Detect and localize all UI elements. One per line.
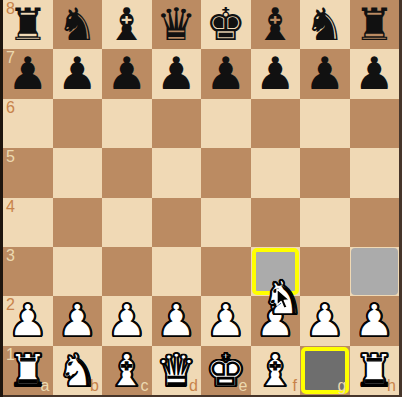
square-d4[interactable]	[152, 198, 202, 247]
square-f8[interactable]: ♝	[251, 0, 301, 49]
black-pawn[interactable]: ♟	[300, 49, 350, 98]
white-pawn[interactable]: ♟	[201, 296, 251, 345]
square-a8[interactable]: ♜8	[3, 0, 53, 49]
mouse-cursor-icon	[276, 288, 293, 311]
white-rook[interactable]: ♜	[3, 346, 53, 395]
square-b4[interactable]	[53, 198, 103, 247]
white-pawn[interactable]: ♟	[350, 296, 400, 345]
black-rook[interactable]: ♜	[350, 0, 400, 49]
white-pawn[interactable]: ♟	[3, 296, 53, 345]
square-b1[interactable]: ♞b	[53, 346, 103, 395]
white-queen[interactable]: ♛	[152, 346, 202, 395]
square-f4[interactable]	[251, 198, 301, 247]
square-d7[interactable]: ♟	[152, 49, 202, 98]
square-b3[interactable]	[53, 247, 103, 296]
black-knight[interactable]: ♞	[53, 0, 103, 49]
white-pawn[interactable]: ♟	[102, 296, 152, 345]
square-a7[interactable]: ♟7	[3, 49, 53, 98]
white-knight[interactable]: ♞	[53, 346, 103, 395]
square-g7[interactable]: ♟	[300, 49, 350, 98]
square-a4[interactable]: 4	[3, 198, 53, 247]
square-c1[interactable]: ♝c	[102, 346, 152, 395]
square-e8[interactable]: ♚	[201, 0, 251, 49]
white-bishop[interactable]: ♝	[102, 346, 152, 395]
square-a5[interactable]: 5	[3, 148, 53, 197]
white-rook[interactable]: ♜	[350, 346, 400, 395]
square-h7[interactable]: ♟	[350, 49, 400, 98]
black-pawn[interactable]: ♟	[102, 49, 152, 98]
black-pawn[interactable]: ♟	[152, 49, 202, 98]
chess-board: ♜8♞♝♛♚♝♞♜♟7♟♟♟♟♟♟♟6543♟2♟♟♟♟♟♟♟♜1a♞b♝c♛d…	[3, 0, 399, 395]
square-f6[interactable]	[251, 99, 301, 148]
rank-label-3: 3	[6, 248, 15, 264]
black-knight[interactable]: ♞	[300, 0, 350, 49]
white-pawn[interactable]: ♟	[152, 296, 202, 345]
square-d2[interactable]: ♟	[152, 296, 202, 345]
square-b2[interactable]: ♟	[53, 296, 103, 345]
black-pawn[interactable]: ♟	[251, 49, 301, 98]
square-h8[interactable]: ♜	[350, 0, 400, 49]
square-h1[interactable]: ♜h	[350, 346, 400, 395]
square-d1[interactable]: ♛d	[152, 346, 202, 395]
square-b6[interactable]	[53, 99, 103, 148]
rank-label-4: 4	[6, 199, 15, 215]
origin-highlight	[301, 347, 349, 394]
square-h2[interactable]: ♟	[350, 296, 400, 345]
square-h4[interactable]	[350, 198, 400, 247]
square-g6[interactable]	[300, 99, 350, 148]
black-bishop[interactable]: ♝	[102, 0, 152, 49]
square-d6[interactable]	[152, 99, 202, 148]
white-bishop[interactable]: ♝	[251, 346, 301, 395]
square-e3[interactable]	[201, 247, 251, 296]
destination-highlight	[351, 248, 398, 294]
black-pawn[interactable]: ♟	[201, 49, 251, 98]
square-b7[interactable]: ♟	[53, 49, 103, 98]
white-pawn[interactable]: ♟	[53, 296, 103, 345]
square-e2[interactable]: ♟	[201, 296, 251, 345]
square-c8[interactable]: ♝	[102, 0, 152, 49]
square-c5[interactable]	[102, 148, 152, 197]
black-pawn[interactable]: ♟	[350, 49, 400, 98]
square-e4[interactable]	[201, 198, 251, 247]
black-king[interactable]: ♚	[201, 0, 251, 49]
square-b5[interactable]	[53, 148, 103, 197]
square-h5[interactable]	[350, 148, 400, 197]
square-c6[interactable]	[102, 99, 152, 148]
square-c2[interactable]: ♟	[102, 296, 152, 345]
square-d5[interactable]	[152, 148, 202, 197]
black-queen[interactable]: ♛	[152, 0, 202, 49]
square-c4[interactable]	[102, 198, 152, 247]
square-h3[interactable]	[350, 247, 400, 296]
rank-label-5: 5	[6, 149, 15, 165]
rank-label-6: 6	[6, 100, 15, 116]
chess-app-window: ♜8♞♝♛♚♝♞♜♟7♟♟♟♟♟♟♟6543♟2♟♟♟♟♟♟♟♜1a♞b♝c♛d…	[0, 0, 410, 402]
square-e1[interactable]: ♚e	[201, 346, 251, 395]
square-b8[interactable]: ♞	[53, 0, 103, 49]
board-edge-right	[399, 0, 402, 397]
square-a1[interactable]: ♜1a	[3, 346, 53, 395]
black-rook[interactable]: ♜	[3, 0, 53, 49]
square-a2[interactable]: ♟2	[3, 296, 53, 345]
black-bishop[interactable]: ♝	[251, 0, 301, 49]
white-king[interactable]: ♚	[201, 346, 251, 395]
square-e6[interactable]	[201, 99, 251, 148]
square-h6[interactable]	[350, 99, 400, 148]
square-e7[interactable]: ♟	[201, 49, 251, 98]
square-g8[interactable]: ♞	[300, 0, 350, 49]
square-f7[interactable]: ♟	[251, 49, 301, 98]
black-pawn[interactable]: ♟	[53, 49, 103, 98]
square-e5[interactable]	[201, 148, 251, 197]
square-g5[interactable]	[300, 148, 350, 197]
square-c7[interactable]: ♟	[102, 49, 152, 98]
black-pawn[interactable]: ♟	[3, 49, 53, 98]
square-f5[interactable]	[251, 148, 301, 197]
square-d8[interactable]: ♛	[152, 0, 202, 49]
square-f1[interactable]: ♝f	[251, 346, 301, 395]
square-g1[interactable]: g	[300, 346, 350, 395]
square-c3[interactable]	[102, 247, 152, 296]
square-g4[interactable]	[300, 198, 350, 247]
square-d3[interactable]	[152, 247, 202, 296]
square-a3[interactable]: 3	[3, 247, 53, 296]
square-a6[interactable]: 6	[3, 99, 53, 148]
